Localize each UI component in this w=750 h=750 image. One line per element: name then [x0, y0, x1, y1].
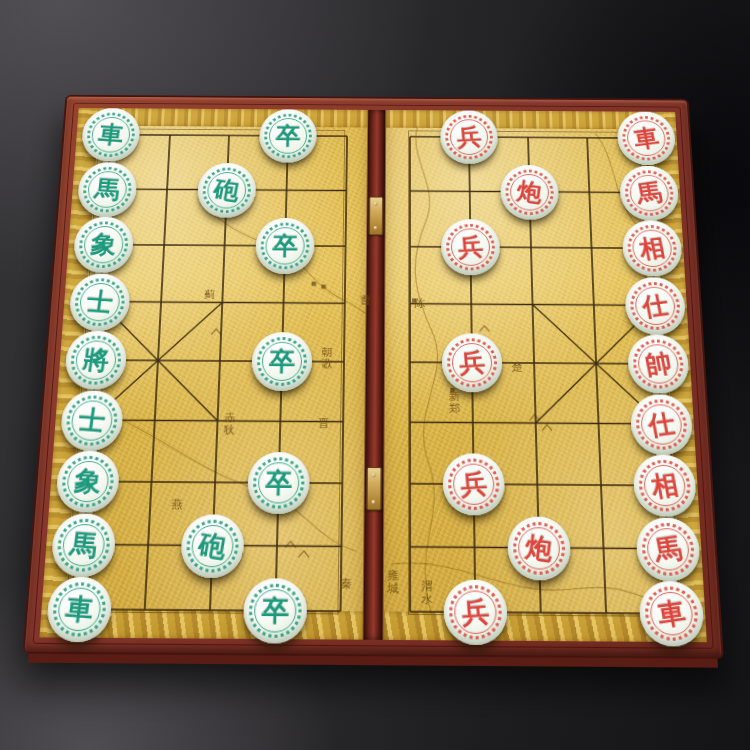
piece-red-soldier[interactable]: 兵 [441, 219, 500, 275]
piece-green-advisor[interactable]: 士 [68, 273, 131, 331]
piece-red-general[interactable]: 帥 [627, 334, 690, 393]
piece-character: 兵 [441, 452, 508, 518]
piece-red-soldier[interactable]: 兵 [440, 110, 498, 164]
piece-red-soldier[interactable]: 兵 [442, 333, 503, 392]
piece-character: 相 [629, 451, 701, 521]
piece-character: 馬 [615, 162, 683, 223]
piece-character: 兵 [441, 578, 509, 647]
piece-green-horse[interactable]: 馬 [76, 162, 137, 217]
piece-character: 砲 [176, 510, 249, 582]
piece-character: 卒 [255, 218, 315, 274]
piece-character: 車 [44, 575, 115, 645]
piece-green-soldier[interactable]: 卒 [259, 109, 318, 163]
piece-character: 士 [66, 271, 133, 332]
piece-red-cannon[interactable]: 炮 [500, 164, 559, 219]
piece-character: 將 [62, 329, 130, 392]
piece-red-soldier[interactable]: 兵 [444, 580, 508, 646]
piece-character: 馬 [48, 511, 118, 579]
piece-character: 車 [79, 106, 143, 163]
piece-red-chariot[interactable]: 車 [638, 581, 705, 647]
piece-character: 卒 [251, 332, 313, 391]
piece-character: 車 [613, 108, 680, 168]
piece-character: 馬 [75, 160, 140, 219]
piece-green-elephant[interactable]: 象 [55, 451, 121, 513]
piece-green-advisor[interactable]: 士 [59, 390, 124, 451]
piece-green-chariot[interactable]: 車 [45, 577, 112, 643]
piece-character: 馬 [632, 513, 705, 584]
piece-red-chariot[interactable]: 車 [616, 111, 676, 165]
piece-character: 相 [618, 217, 687, 280]
piece-red-advisor[interactable]: 仕 [624, 277, 686, 335]
piece-character: 炮 [504, 512, 573, 584]
piece-character: 象 [53, 449, 122, 515]
piece-green-chariot[interactable]: 車 [80, 108, 141, 162]
piece-green-cannon[interactable]: 砲 [180, 514, 245, 578]
piece-character: 砲 [193, 159, 260, 221]
piece-green-soldier[interactable]: 卒 [247, 452, 310, 514]
piece-red-soldier[interactable]: 兵 [443, 453, 505, 515]
piece-character: 帥 [623, 331, 694, 397]
piece-character: 象 [71, 215, 137, 275]
piece-character: 仕 [620, 273, 690, 337]
piece-red-elephant[interactable]: 相 [632, 455, 697, 517]
piece-red-cannon[interactable]: 炮 [507, 516, 571, 580]
piece-green-general[interactable]: 將 [64, 331, 128, 390]
piece-character: 兵 [440, 332, 505, 394]
piece-green-elephant[interactable]: 象 [72, 217, 134, 273]
piece-character: 仕 [626, 390, 697, 458]
piece-character: 兵 [438, 109, 500, 165]
piece-character: 卒 [243, 578, 308, 644]
piece-character: 士 [58, 388, 127, 453]
piece-character: 兵 [439, 218, 502, 277]
piece-character: 卒 [247, 452, 310, 514]
xiangqi-board: 蓟朝歌晋赤狄燕曹秦雍城渭水陈新郑楚 車 馬 象 士 將 士 象 馬 車 砲 砲 … [22, 95, 724, 659]
piece-character: 卒 [259, 109, 318, 163]
piece-green-cannon[interactable]: 砲 [197, 162, 257, 217]
piece-green-soldier[interactable]: 卒 [243, 578, 308, 644]
piece-red-elephant[interactable]: 相 [621, 220, 683, 276]
piece-green-soldier[interactable]: 卒 [251, 332, 313, 391]
piece-red-advisor[interactable]: 仕 [630, 394, 694, 455]
piece-green-soldier[interactable]: 卒 [255, 218, 315, 274]
piece-red-horse[interactable]: 馬 [635, 517, 701, 581]
piece-green-horse[interactable]: 馬 [50, 513, 117, 577]
piece-character: 車 [634, 577, 708, 650]
pieces-layer: 車 馬 象 士 將 士 象 馬 車 砲 砲 卒 卒 卒 卒 卒 兵 兵 兵 [39, 108, 706, 642]
piece-red-horse[interactable]: 馬 [619, 165, 680, 220]
board-frame: 蓟朝歌晋赤狄燕曹秦雍城渭水陈新郑楚 車 馬 象 士 將 士 象 馬 車 砲 砲 … [22, 95, 724, 659]
piece-character: 炮 [497, 161, 561, 223]
board-surface: 蓟朝歌晋赤狄燕曹秦雍城渭水陈新郑楚 車 馬 象 士 將 士 象 馬 車 砲 砲 … [39, 108, 706, 642]
